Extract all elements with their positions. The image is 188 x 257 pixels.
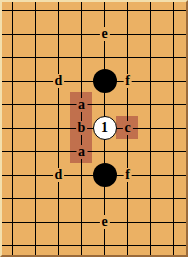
point-label-a: a	[76, 98, 87, 112]
point-label-c: c	[122, 121, 132, 135]
grid-line-horizontal	[2, 151, 186, 152]
go-board-diagram: edfabcadfe1	[0, 0, 188, 257]
grid-line-horizontal	[2, 245, 186, 246]
grid-line-horizontal	[2, 10, 186, 11]
point-label-b: b	[76, 121, 88, 135]
black-stone	[93, 69, 117, 93]
point-label-d: d	[53, 74, 65, 88]
grid-line-vertical	[58, 2, 59, 255]
point-label-d: d	[53, 168, 65, 182]
grid-line-horizontal	[2, 104, 186, 105]
grid-line-horizontal	[2, 34, 186, 35]
grid-line-horizontal	[2, 198, 186, 199]
point-label-a: a	[76, 145, 87, 159]
point-label-e: e	[99, 215, 109, 229]
grid-line-vertical	[150, 2, 151, 255]
white-stone-1: 1	[93, 116, 117, 140]
point-label-e: e	[99, 27, 109, 41]
grid-line-vertical	[35, 2, 36, 255]
grid-line-vertical	[173, 2, 174, 255]
grid-line-horizontal	[2, 57, 186, 58]
grid-line-vertical	[12, 2, 13, 255]
point-label-f: f	[123, 74, 132, 88]
grid-line-horizontal	[2, 222, 186, 223]
black-stone	[93, 163, 117, 187]
point-label-f: f	[123, 168, 132, 182]
